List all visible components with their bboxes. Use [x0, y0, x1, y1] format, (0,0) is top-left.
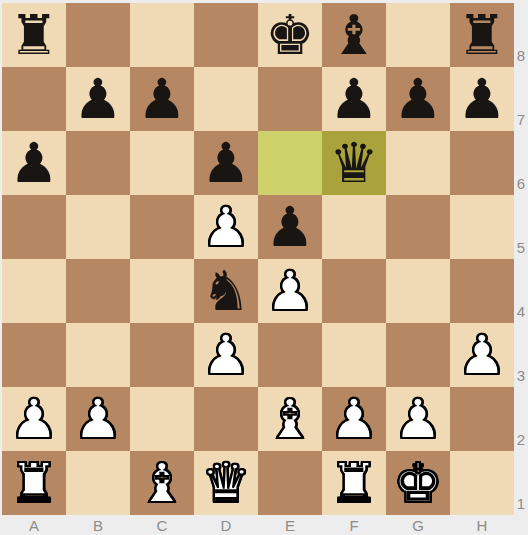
square-e8[interactable]: ♚	[258, 3, 322, 67]
square-f5[interactable]	[322, 195, 386, 259]
square-b1[interactable]	[66, 451, 130, 515]
square-c1[interactable]: ♝	[130, 451, 194, 515]
chess-board: ♜♚♝♜♟♟♟♟♟♟♟♛♟♟♞♟♟♟♟♟♝♟♟♜♝♛♜♚	[2, 3, 514, 515]
rank-label-1: 1	[514, 451, 528, 515]
white-pawn-g2[interactable]: ♟	[386, 387, 450, 451]
rank-label-2: 2	[514, 387, 528, 451]
black-queen-f6[interactable]: ♛	[322, 131, 386, 195]
square-a2[interactable]: ♟	[2, 387, 66, 451]
file-label-a: A	[2, 515, 66, 535]
square-e4[interactable]: ♟	[258, 259, 322, 323]
white-rook-a1[interactable]: ♜	[2, 451, 66, 515]
square-d6[interactable]: ♟	[194, 131, 258, 195]
rank-label-6: 6	[514, 131, 528, 195]
white-pawn-h3[interactable]: ♟	[450, 323, 514, 387]
rank-label-8: 8	[514, 3, 528, 67]
square-b2[interactable]: ♟	[66, 387, 130, 451]
black-pawn-c7[interactable]: ♟	[130, 67, 194, 131]
square-g1[interactable]: ♚	[386, 451, 450, 515]
square-b3[interactable]	[66, 323, 130, 387]
square-g5[interactable]	[386, 195, 450, 259]
square-h4[interactable]	[450, 259, 514, 323]
square-a6[interactable]: ♟	[2, 131, 66, 195]
square-a4[interactable]	[2, 259, 66, 323]
square-e5[interactable]: ♟	[258, 195, 322, 259]
square-c6[interactable]	[130, 131, 194, 195]
white-queen-d1[interactable]: ♛	[194, 451, 258, 515]
square-e7[interactable]	[258, 67, 322, 131]
square-a8[interactable]: ♜	[2, 3, 66, 67]
square-b8[interactable]	[66, 3, 130, 67]
square-a3[interactable]	[2, 323, 66, 387]
file-label-d: D	[194, 515, 258, 535]
square-d1[interactable]: ♛	[194, 451, 258, 515]
square-a5[interactable]	[2, 195, 66, 259]
black-king-e8[interactable]: ♚	[258, 3, 322, 67]
black-rook-a8[interactable]: ♜	[2, 3, 66, 67]
black-pawn-b7[interactable]: ♟	[66, 67, 130, 131]
square-b6[interactable]	[66, 131, 130, 195]
square-h2[interactable]	[450, 387, 514, 451]
square-d3[interactable]: ♟	[194, 323, 258, 387]
black-rook-h8[interactable]: ♜	[450, 3, 514, 67]
white-pawn-e4[interactable]: ♟	[258, 259, 322, 323]
black-pawn-h7[interactable]: ♟	[450, 67, 514, 131]
white-pawn-d3[interactable]: ♟	[194, 323, 258, 387]
file-label-h: H	[450, 515, 514, 535]
square-h7[interactable]: ♟	[450, 67, 514, 131]
square-c4[interactable]	[130, 259, 194, 323]
square-a1[interactable]: ♜	[2, 451, 66, 515]
white-bishop-e2[interactable]: ♝	[258, 387, 322, 451]
square-f2[interactable]: ♟	[322, 387, 386, 451]
square-g6[interactable]	[386, 131, 450, 195]
square-f8[interactable]: ♝	[322, 3, 386, 67]
square-c7[interactable]: ♟	[130, 67, 194, 131]
square-c3[interactable]	[130, 323, 194, 387]
rank-label-5: 5	[514, 195, 528, 259]
black-bishop-f8[interactable]: ♝	[322, 3, 386, 67]
file-label-f: F	[322, 515, 386, 535]
black-pawn-e5[interactable]: ♟	[258, 195, 322, 259]
square-f4[interactable]	[322, 259, 386, 323]
square-d5[interactable]: ♟	[194, 195, 258, 259]
white-pawn-b2[interactable]: ♟	[66, 387, 130, 451]
square-g8[interactable]	[386, 3, 450, 67]
square-b5[interactable]	[66, 195, 130, 259]
file-label-c: C	[130, 515, 194, 535]
square-h3[interactable]: ♟	[450, 323, 514, 387]
square-g3[interactable]	[386, 323, 450, 387]
square-e2[interactable]: ♝	[258, 387, 322, 451]
black-pawn-g7[interactable]: ♟	[386, 67, 450, 131]
square-g4[interactable]	[386, 259, 450, 323]
square-h6[interactable]	[450, 131, 514, 195]
rank-label-3: 3	[514, 323, 528, 387]
square-f7[interactable]: ♟	[322, 67, 386, 131]
square-h8[interactable]: ♜	[450, 3, 514, 67]
file-label-b: B	[66, 515, 130, 535]
black-pawn-d6[interactable]: ♟	[194, 131, 258, 195]
rank-label-7: 7	[514, 67, 528, 131]
square-g7[interactable]: ♟	[386, 67, 450, 131]
white-pawn-f2[interactable]: ♟	[322, 387, 386, 451]
board-container: ♜♚♝♜♟♟♟♟♟♟♟♛♟♟♞♟♟♟♟♟♝♟♟♜♝♛♜♚ 87654321 AB…	[0, 0, 528, 535]
square-b4[interactable]	[66, 259, 130, 323]
black-pawn-f7[interactable]: ♟	[322, 67, 386, 131]
square-h1[interactable]	[450, 451, 514, 515]
file-label-g: G	[386, 515, 450, 535]
white-bishop-c1[interactable]: ♝	[130, 451, 194, 515]
square-e3[interactable]	[258, 323, 322, 387]
white-pawn-a2[interactable]: ♟	[2, 387, 66, 451]
square-d8[interactable]	[194, 3, 258, 67]
square-f3[interactable]	[322, 323, 386, 387]
square-d4[interactable]: ♞	[194, 259, 258, 323]
square-e1[interactable]	[258, 451, 322, 515]
black-pawn-a6[interactable]: ♟	[2, 131, 66, 195]
square-f6[interactable]: ♛	[322, 131, 386, 195]
rank-labels: 87654321	[514, 3, 528, 515]
square-g2[interactable]: ♟	[386, 387, 450, 451]
square-b7[interactable]: ♟	[66, 67, 130, 131]
white-king-g1[interactable]: ♚	[386, 451, 450, 515]
black-knight-d4[interactable]: ♞	[194, 259, 258, 323]
square-c5[interactable]	[130, 195, 194, 259]
file-label-e: E	[258, 515, 322, 535]
white-rook-f1[interactable]: ♜	[322, 451, 386, 515]
white-pawn-d5[interactable]: ♟	[194, 195, 258, 259]
rank-label-4: 4	[514, 259, 528, 323]
square-d2[interactable]	[194, 387, 258, 451]
square-h5[interactable]	[450, 195, 514, 259]
square-c8[interactable]	[130, 3, 194, 67]
square-e6[interactable]	[258, 131, 322, 195]
file-labels: ABCDEFGH	[2, 515, 514, 535]
square-f1[interactable]: ♜	[322, 451, 386, 515]
square-d7[interactable]	[194, 67, 258, 131]
square-c2[interactable]	[130, 387, 194, 451]
square-a7[interactable]	[2, 67, 66, 131]
